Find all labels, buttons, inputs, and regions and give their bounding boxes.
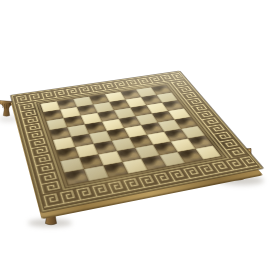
photo-background	[0, 0, 270, 270]
chess-board	[11, 71, 263, 212]
